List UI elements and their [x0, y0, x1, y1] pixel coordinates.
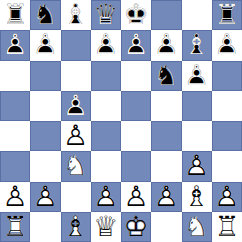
- piece-white-knight[interactable]: ♞♘: [182, 212, 212, 242]
- square-e5[interactable]: [121, 91, 151, 121]
- piece-black-knight[interactable]: ♞♘: [151, 61, 181, 91]
- square-h7[interactable]: ♟♙: [212, 30, 242, 60]
- piece-black-rook[interactable]: ♜♖: [212, 0, 242, 30]
- square-a2[interactable]: ♟♙: [0, 182, 30, 212]
- square-h3[interactable]: [212, 151, 242, 181]
- square-d8[interactable]: ♛♕: [91, 0, 121, 30]
- piece-white-pawn[interactable]: ♟♙: [0, 182, 30, 212]
- square-b3[interactable]: [30, 151, 60, 181]
- square-f1[interactable]: [151, 212, 181, 242]
- square-c7[interactable]: [61, 30, 91, 60]
- square-c2[interactable]: [61, 182, 91, 212]
- square-e3[interactable]: [121, 151, 151, 181]
- square-h1[interactable]: ♜♖: [212, 212, 242, 242]
- piece-black-bishop[interactable]: ♝♗: [182, 30, 212, 60]
- square-h2[interactable]: ♟♙: [212, 182, 242, 212]
- square-d6[interactable]: [91, 61, 121, 91]
- square-f8[interactable]: [151, 0, 181, 30]
- square-e7[interactable]: ♟♙: [121, 30, 151, 60]
- piece-black-pawn[interactable]: ♟♙: [212, 30, 242, 60]
- piece-black-pawn[interactable]: ♟♙: [151, 30, 181, 60]
- square-f2[interactable]: ♟♙: [151, 182, 181, 212]
- piece-black-pawn[interactable]: ♟♙: [182, 61, 212, 91]
- square-e4[interactable]: [121, 121, 151, 151]
- square-g4[interactable]: [182, 121, 212, 151]
- square-h4[interactable]: [212, 121, 242, 151]
- piece-white-pawn[interactable]: ♟♙: [212, 182, 242, 212]
- square-h5[interactable]: [212, 91, 242, 121]
- piece-black-king[interactable]: ♚♔: [121, 0, 151, 30]
- square-c4[interactable]: ♟♙: [61, 121, 91, 151]
- piece-black-queen[interactable]: ♛♕: [91, 0, 121, 30]
- square-a7[interactable]: ♟♙: [0, 30, 30, 60]
- square-c8[interactable]: ♝♗: [61, 0, 91, 30]
- square-d4[interactable]: [91, 121, 121, 151]
- piece-black-rook[interactable]: ♜♖: [0, 0, 30, 30]
- square-f4[interactable]: [151, 121, 181, 151]
- piece-black-bishop[interactable]: ♝♗: [61, 0, 91, 30]
- square-g7[interactable]: ♝♗: [182, 30, 212, 60]
- square-e2[interactable]: ♟♙: [121, 182, 151, 212]
- piece-white-knight[interactable]: ♞♘: [61, 151, 91, 181]
- square-d3[interactable]: [91, 151, 121, 181]
- piece-white-bishop[interactable]: ♝♗: [182, 182, 212, 212]
- square-d5[interactable]: [91, 91, 121, 121]
- piece-black-pawn[interactable]: ♟♙: [0, 30, 30, 60]
- piece-black-pawn[interactable]: ♟♙: [30, 30, 60, 60]
- square-a3[interactable]: [0, 151, 30, 181]
- square-c1[interactable]: ♝♗: [61, 212, 91, 242]
- square-d2[interactable]: ♟♙: [91, 182, 121, 212]
- square-d7[interactable]: ♟♙: [91, 30, 121, 60]
- square-g1[interactable]: ♞♘: [182, 212, 212, 242]
- square-e6[interactable]: [121, 61, 151, 91]
- piece-white-rook[interactable]: ♜♖: [0, 212, 30, 242]
- square-a5[interactable]: [0, 91, 30, 121]
- piece-white-pawn[interactable]: ♟♙: [61, 121, 91, 151]
- piece-white-pawn[interactable]: ♟♙: [121, 182, 151, 212]
- square-a8[interactable]: ♜♖: [0, 0, 30, 30]
- chess-board-container: ♜♖♞♘♝♗♛♕♚♔♜♖♟♙♟♙♟♙♟♙♟♙♝♗♟♙♞♘♟♙♟♙♟♙♞♘♟♙♟♙…: [0, 0, 242, 242]
- piece-black-pawn[interactable]: ♟♙: [91, 30, 121, 60]
- piece-black-pawn[interactable]: ♟♙: [121, 30, 151, 60]
- square-f5[interactable]: [151, 91, 181, 121]
- square-b6[interactable]: [30, 61, 60, 91]
- piece-white-queen[interactable]: ♛♕: [91, 212, 121, 242]
- square-b8[interactable]: ♞♘: [30, 0, 60, 30]
- square-g3[interactable]: ♟♙: [182, 151, 212, 181]
- piece-white-pawn[interactable]: ♟♙: [91, 182, 121, 212]
- square-e8[interactable]: ♚♔: [121, 0, 151, 30]
- square-g8[interactable]: [182, 0, 212, 30]
- square-a4[interactable]: [0, 121, 30, 151]
- square-c5[interactable]: ♟♙: [61, 91, 91, 121]
- square-g6[interactable]: ♟♙: [182, 61, 212, 91]
- square-c3[interactable]: ♞♘: [61, 151, 91, 181]
- square-f7[interactable]: ♟♙: [151, 30, 181, 60]
- piece-black-knight[interactable]: ♞♘: [30, 0, 60, 30]
- square-b7[interactable]: ♟♙: [30, 30, 60, 60]
- piece-white-bishop[interactable]: ♝♗: [61, 212, 91, 242]
- square-d1[interactable]: ♛♕: [91, 212, 121, 242]
- piece-white-pawn[interactable]: ♟♙: [30, 182, 60, 212]
- piece-white-pawn[interactable]: ♟♙: [182, 151, 212, 181]
- square-b2[interactable]: ♟♙: [30, 182, 60, 212]
- square-g2[interactable]: ♝♗: [182, 182, 212, 212]
- square-b5[interactable]: [30, 91, 60, 121]
- square-f3[interactable]: [151, 151, 181, 181]
- square-f6[interactable]: ♞♘: [151, 61, 181, 91]
- square-h8[interactable]: ♜♖: [212, 0, 242, 30]
- square-b4[interactable]: [30, 121, 60, 151]
- square-e1[interactable]: ♚♔: [121, 212, 151, 242]
- square-h6[interactable]: [212, 61, 242, 91]
- piece-white-king[interactable]: ♚♔: [121, 212, 151, 242]
- piece-white-rook[interactable]: ♜♖: [212, 212, 242, 242]
- square-b1[interactable]: [30, 212, 60, 242]
- square-a6[interactable]: [0, 61, 30, 91]
- square-g5[interactable]: [182, 91, 212, 121]
- chess-board: ♜♖♞♘♝♗♛♕♚♔♜♖♟♙♟♙♟♙♟♙♟♙♝♗♟♙♞♘♟♙♟♙♟♙♞♘♟♙♟♙…: [0, 0, 242, 242]
- piece-white-pawn[interactable]: ♟♙: [151, 182, 181, 212]
- piece-black-pawn[interactable]: ♟♙: [61, 91, 91, 121]
- square-c6[interactable]: [61, 61, 91, 91]
- square-a1[interactable]: ♜♖: [0, 212, 30, 242]
